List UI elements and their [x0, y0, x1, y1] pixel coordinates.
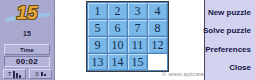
- tile-10[interactable]: 10: [108, 37, 127, 53]
- logo-text: 15: [16, 0, 37, 26]
- bars-small-icon: [41, 72, 46, 76]
- menu-item-solve-puzzle[interactable]: Solve puzzle: [203, 26, 251, 35]
- tile-3[interactable]: 3: [128, 3, 147, 19]
- timer-value: 00:02: [16, 57, 38, 66]
- digit-style-label: 0: [35, 71, 38, 77]
- menu-item-preferences[interactable]: Preferences: [205, 45, 251, 54]
- tile-11[interactable]: 11: [128, 37, 147, 53]
- tile-9[interactable]: 9: [88, 37, 107, 53]
- menu-item-new-puzzle[interactable]: New puzzle: [208, 8, 251, 17]
- tile-15[interactable]: 15: [128, 54, 147, 70]
- time-label: Time: [20, 47, 34, 53]
- tile-style-label: T: [8, 71, 12, 77]
- tile-13[interactable]: 13: [88, 54, 107, 70]
- left-panel: 15 15 Time 00:02 T 0: [0, 0, 55, 80]
- tile-style-button[interactable]: T: [3, 69, 26, 79]
- tile-4[interactable]: 4: [148, 3, 167, 19]
- app-logo: 15: [0, 0, 54, 27]
- time-label-button[interactable]: Time: [4, 44, 50, 55]
- icon-button-row: T 0: [3, 69, 52, 79]
- menu-panel: New puzzle Solve puzzle Preferences Clos…: [204, 0, 255, 80]
- puzzle-board: 123456789101112131415: [86, 1, 169, 72]
- digit-style-button[interactable]: 0: [29, 69, 52, 79]
- tile-6[interactable]: 6: [108, 20, 127, 36]
- tile-14[interactable]: 14: [108, 54, 127, 70]
- tile-8[interactable]: 8: [148, 20, 167, 36]
- tile-12[interactable]: 12: [148, 37, 167, 53]
- empty-cell: [148, 54, 167, 70]
- bars-descending-icon: [13, 71, 21, 78]
- tile-1[interactable]: 1: [88, 3, 107, 19]
- move-counter: 15: [0, 30, 54, 37]
- tile-2[interactable]: 2: [108, 3, 127, 19]
- timer-display: 00:02: [4, 56, 50, 67]
- tile-7[interactable]: 7: [128, 20, 147, 36]
- tile-5[interactable]: 5: [88, 20, 107, 36]
- menu-item-close[interactable]: Close: [229, 63, 251, 72]
